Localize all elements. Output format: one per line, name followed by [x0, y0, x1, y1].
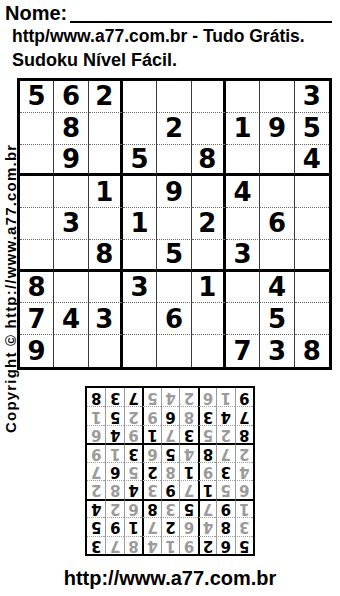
cell-r2c3[interactable] [89, 113, 123, 145]
solution-cell-r4c7: 4 [124, 480, 142, 498]
solution-cell-r9c1: 9 [235, 388, 253, 406]
solution-cell-r1c2: 6 [216, 536, 234, 554]
solution-cell-r1c8: 7 [105, 536, 123, 554]
solution-cell-r9c6: 5 [142, 388, 160, 406]
cell-r3c9: 4 [295, 145, 329, 177]
solution-cell-r4c9: 2 [87, 480, 105, 498]
cell-r4c7: 4 [226, 176, 260, 208]
solution-cell-r7c1: 8 [235, 425, 253, 443]
site-url-line: http/www.a77.com.br - Tudo Grátis. [12, 26, 305, 47]
solution-cell-r5c6: 2 [142, 462, 160, 480]
solution-cell-r6c3: 8 [198, 443, 216, 461]
cell-r1c9: 3 [295, 81, 329, 113]
solution-cell-r7c4: 3 [179, 425, 197, 443]
solution-cell-r9c4: 2 [179, 388, 197, 406]
cell-r2c7: 1 [226, 113, 260, 145]
cell-r8c3: 3 [89, 303, 123, 335]
cell-r8c1: 7 [20, 303, 54, 335]
solution-cell-r2c4: 6 [179, 517, 197, 535]
solution-cell-r5c2: 3 [216, 462, 234, 480]
solution-cell-r8c2: 4 [216, 406, 234, 424]
cell-r7c1: 8 [20, 272, 54, 304]
solution-cell-r3c7: 6 [124, 499, 142, 517]
cell-r4c1[interactable] [20, 176, 54, 208]
cell-r6c1[interactable] [20, 240, 54, 272]
solution-cell-r5c8: 6 [105, 462, 123, 480]
cell-r9c3[interactable] [89, 335, 123, 367]
solution-cell-r3c9: 4 [87, 499, 105, 517]
solution-cell-r9c8: 3 [105, 388, 123, 406]
cell-r8c5: 6 [157, 303, 191, 335]
cell-r4c5: 9 [157, 176, 191, 208]
solution-cell-r5c9: 7 [87, 462, 105, 480]
cell-r5c9[interactable] [295, 208, 329, 240]
solution-cell-r1c5: 1 [161, 536, 179, 554]
solution-cell-r7c8: 4 [105, 425, 123, 443]
name-row: Nome: [5, 2, 332, 25]
solution-cell-r8c1: 7 [235, 406, 253, 424]
cell-r2c8: 9 [260, 113, 294, 145]
cell-r5c8: 6 [260, 208, 294, 240]
cell-r1c7[interactable] [226, 81, 260, 113]
solution-cell-r5c7: 5 [124, 462, 142, 480]
solution-cell-r3c6: 8 [142, 499, 160, 517]
cell-r4c6[interactable] [192, 176, 226, 208]
cell-r3c4: 5 [123, 145, 157, 177]
solution-cell-r8c8: 5 [105, 406, 123, 424]
cell-r7c7[interactable] [226, 272, 260, 304]
solution-cell-r9c2: 1 [216, 388, 234, 406]
solution-cell-r6c7: 3 [124, 443, 142, 461]
cell-r5c7[interactable] [226, 208, 260, 240]
solution-cell-r7c2: 2 [216, 425, 234, 443]
solution-cell-r6c5: 5 [161, 443, 179, 461]
solution-cell-r6c9: 9 [87, 443, 105, 461]
solution-cell-r4c3: 1 [198, 480, 216, 498]
solution-cell-r8c5: 6 [161, 406, 179, 424]
cell-r5c5[interactable] [157, 208, 191, 240]
cell-r4c3: 1 [89, 176, 123, 208]
solution-cell-r4c2: 5 [216, 480, 234, 498]
cell-r9c5[interactable] [157, 335, 191, 367]
cell-r6c2[interactable] [54, 240, 88, 272]
cell-r5c4: 1 [123, 208, 157, 240]
solution-cell-r2c8: 9 [105, 517, 123, 535]
name-label: Nome: [5, 2, 67, 25]
difficulty-title: Sudoku Nível Fácil. [12, 50, 177, 71]
solution-cell-r1c4: 9 [179, 536, 197, 554]
cell-r2c4[interactable] [123, 113, 157, 145]
cell-r8c4[interactable] [123, 303, 157, 335]
cell-r8c2: 4 [54, 303, 88, 335]
solution-cell-r1c3: 2 [198, 536, 216, 554]
solution-cell-r1c7: 8 [124, 536, 142, 554]
solution-cell-r8c9: 1 [87, 406, 105, 424]
cell-r4c9[interactable] [295, 176, 329, 208]
solution-cell-r7c6: 1 [142, 425, 160, 443]
solution-cell-r6c2: 7 [216, 443, 234, 461]
solution-cell-r2c7: 1 [124, 517, 142, 535]
cell-r3c6: 8 [192, 145, 226, 177]
solution-cell-r2c2: 8 [216, 517, 234, 535]
solution-cell-r6c4: 4 [179, 443, 197, 461]
solution-cell-r8c7: 2 [124, 406, 142, 424]
cell-r6c9[interactable] [295, 240, 329, 272]
cell-r7c9[interactable] [295, 272, 329, 304]
solution-cell-r6c8: 1 [105, 443, 123, 461]
cell-r8c6[interactable] [192, 303, 226, 335]
solution-cell-r2c5: 2 [161, 517, 179, 535]
cell-r6c5: 5 [157, 240, 191, 272]
cell-r8c8: 5 [260, 303, 294, 335]
solution-cell-r4c6: 3 [142, 480, 160, 498]
solution-cell-r7c9: 6 [87, 425, 105, 443]
solution-cell-r9c9: 8 [87, 388, 105, 406]
cell-r3c8[interactable] [260, 145, 294, 177]
cell-r6c6[interactable] [192, 240, 226, 272]
cell-r1c4[interactable] [123, 81, 157, 113]
cell-r5c2: 3 [54, 208, 88, 240]
cell-r8c7[interactable] [226, 303, 260, 335]
cell-r7c5[interactable] [157, 272, 191, 304]
cell-r3c1[interactable] [20, 145, 54, 177]
cell-r6c8[interactable] [260, 240, 294, 272]
solution-cell-r5c3: 9 [198, 462, 216, 480]
solution-cell-r8c3: 3 [198, 406, 216, 424]
cell-r2c5: 2 [157, 113, 191, 145]
cell-r8c9[interactable] [295, 303, 329, 335]
cell-r5c6: 2 [192, 208, 226, 240]
cell-r7c6: 1 [192, 272, 226, 304]
cell-r2c1[interactable] [20, 113, 54, 145]
solution-cell-r3c8: 2 [105, 499, 123, 517]
cell-r1c8[interactable] [260, 81, 294, 113]
cell-r1c1: 5 [20, 81, 54, 113]
solution-cell-r4c4: 7 [179, 480, 197, 498]
cell-r7c4: 3 [123, 272, 157, 304]
cell-r2c9: 5 [295, 113, 329, 145]
solution-cell-r2c6: 7 [142, 517, 160, 535]
solution-cell-r4c5: 9 [161, 480, 179, 498]
cell-r1c5[interactable] [157, 81, 191, 113]
cell-r3c3[interactable] [89, 145, 123, 177]
cell-r6c4[interactable] [123, 240, 157, 272]
cell-r5c3[interactable] [89, 208, 123, 240]
solution-cell-r3c1: 1 [235, 499, 253, 517]
solution-cell-r7c5: 7 [161, 425, 179, 443]
cell-r2c2: 8 [54, 113, 88, 145]
cell-r5c1[interactable] [20, 208, 54, 240]
cell-r1c3: 2 [89, 81, 123, 113]
solution-cell-r3c3: 7 [198, 499, 216, 517]
solution-cell-r9c5: 4 [161, 388, 179, 406]
cell-r3c2: 9 [54, 145, 88, 177]
footer-url: http://www.a77.com.br [0, 567, 340, 590]
solution-cell-r4c8: 8 [105, 480, 123, 498]
cell-r9c9: 8 [295, 335, 329, 367]
solution-grid: 5629148733846271951975386246517934824391… [85, 386, 255, 556]
cell-r4c8[interactable] [260, 176, 294, 208]
solution-cell-r1c9: 3 [87, 536, 105, 554]
cell-r7c2[interactable] [54, 272, 88, 304]
cell-r7c8: 4 [260, 272, 294, 304]
solution-cell-r5c1: 4 [235, 462, 253, 480]
solution-cell-r7c3: 5 [198, 425, 216, 443]
solution-cell-r5c4: 1 [179, 462, 197, 480]
solution-cell-r2c1: 3 [235, 517, 253, 535]
cell-r1c6[interactable] [192, 81, 226, 113]
solution-cell-r2c9: 5 [87, 517, 105, 535]
solution-cell-r5c5: 8 [161, 462, 179, 480]
sudoku-grid: 562382195958419431268538314743659738 [17, 78, 332, 370]
cell-r7c3[interactable] [89, 272, 123, 304]
cell-r4c4[interactable] [123, 176, 157, 208]
cell-r9c8: 3 [260, 335, 294, 367]
solution-cell-r3c4: 5 [179, 499, 197, 517]
solution-cell-r7c7: 9 [124, 425, 142, 443]
cell-r4c2[interactable] [54, 176, 88, 208]
cell-r3c7[interactable] [226, 145, 260, 177]
cell-r6c7: 3 [226, 240, 260, 272]
solution-cell-r4c1: 6 [235, 480, 253, 498]
cell-r9c2[interactable] [54, 335, 88, 367]
solution-cell-r9c7: 7 [124, 388, 142, 406]
solution-cell-r9c3: 6 [198, 388, 216, 406]
cell-r1c2: 6 [54, 81, 88, 113]
solution-cell-r3c5: 3 [161, 499, 179, 517]
name-underline [70, 20, 332, 23]
cell-r3c5[interactable] [157, 145, 191, 177]
solution-cell-r2c3: 4 [198, 517, 216, 535]
solution-cell-r3c2: 9 [216, 499, 234, 517]
solution-cell-r1c6: 4 [142, 536, 160, 554]
cell-r9c7: 7 [226, 335, 260, 367]
solution-cell-r8c6: 9 [142, 406, 160, 424]
cell-r9c1: 9 [20, 335, 54, 367]
solution-cell-r8c4: 8 [179, 406, 197, 424]
cell-r6c3: 8 [89, 240, 123, 272]
cell-r9c4[interactable] [123, 335, 157, 367]
cell-r2c6[interactable] [192, 113, 226, 145]
solution-cell-r1c1: 5 [235, 536, 253, 554]
copyright-text: Copyright © http://www.a77.com.br [2, 83, 19, 433]
cell-r9c6[interactable] [192, 335, 226, 367]
solution-cell-r6c6: 6 [142, 443, 160, 461]
solution-cell-r6c1: 2 [235, 443, 253, 461]
